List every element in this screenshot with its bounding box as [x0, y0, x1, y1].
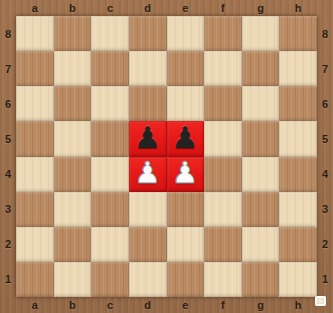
file-label-d: d: [129, 297, 167, 313]
square-a7[interactable]: [16, 51, 54, 86]
square-h3[interactable]: [279, 192, 317, 227]
square-a5[interactable]: [16, 121, 54, 156]
black-pawn[interactable]: ♟: [134, 123, 161, 153]
file-label-b: b: [54, 0, 92, 16]
file-label-g: g: [242, 297, 280, 313]
rank-label-8: 8: [0, 16, 16, 51]
rank-label-5: 5: [0, 121, 16, 156]
square-a2[interactable]: [16, 227, 54, 262]
square-d7[interactable]: [129, 51, 167, 86]
file-label-h: h: [279, 297, 317, 313]
file-label-e: e: [167, 297, 205, 313]
rank-labels-right: 87654321: [317, 16, 333, 297]
square-f8[interactable]: [204, 16, 242, 51]
square-h6[interactable]: [279, 86, 317, 121]
rank-label-6: 6: [0, 86, 16, 121]
square-d1[interactable]: [129, 262, 167, 297]
square-b5[interactable]: [54, 121, 92, 156]
square-e1[interactable]: [167, 262, 205, 297]
square-f1[interactable]: [204, 262, 242, 297]
square-e2[interactable]: [167, 227, 205, 262]
file-label-f: f: [204, 0, 242, 16]
square-g7[interactable]: [242, 51, 280, 86]
square-d4[interactable]: ♟: [129, 157, 167, 192]
square-b4[interactable]: [54, 157, 92, 192]
square-c4[interactable]: [91, 157, 129, 192]
file-labels-top: abcdefgh: [16, 0, 317, 16]
square-h8[interactable]: [279, 16, 317, 51]
square-d3[interactable]: [129, 192, 167, 227]
square-h4[interactable]: [279, 157, 317, 192]
square-g2[interactable]: [242, 227, 280, 262]
rank-label-4: 4: [0, 157, 16, 192]
square-b6[interactable]: [54, 86, 92, 121]
square-b3[interactable]: [54, 192, 92, 227]
square-h5[interactable]: [279, 121, 317, 156]
square-e5[interactable]: ♟: [167, 121, 205, 156]
file-label-b: b: [54, 297, 92, 313]
file-label-h: h: [279, 0, 317, 16]
file-label-a: a: [16, 297, 54, 313]
square-a8[interactable]: [16, 16, 54, 51]
square-h7[interactable]: [279, 51, 317, 86]
black-pawn[interactable]: ♟: [172, 123, 199, 153]
square-d6[interactable]: [129, 86, 167, 121]
rank-label-6: 6: [317, 86, 333, 121]
square-f6[interactable]: [204, 86, 242, 121]
rank-label-7: 7: [0, 51, 16, 86]
square-c8[interactable]: [91, 16, 129, 51]
rank-label-8: 8: [317, 16, 333, 51]
square-e7[interactable]: [167, 51, 205, 86]
square-g6[interactable]: [242, 86, 280, 121]
square-h1[interactable]: [279, 262, 317, 297]
square-e4[interactable]: ♟: [167, 157, 205, 192]
square-e3[interactable]: [167, 192, 205, 227]
square-e8[interactable]: [167, 16, 205, 51]
square-f3[interactable]: [204, 192, 242, 227]
file-label-c: c: [91, 297, 129, 313]
square-b2[interactable]: [54, 227, 92, 262]
square-c7[interactable]: [91, 51, 129, 86]
square-e6[interactable]: [167, 86, 205, 121]
square-a1[interactable]: [16, 262, 54, 297]
square-f7[interactable]: [204, 51, 242, 86]
file-label-e: e: [167, 0, 205, 16]
square-g3[interactable]: [242, 192, 280, 227]
white-pawn[interactable]: ♟: [134, 158, 161, 188]
rank-label-3: 3: [317, 192, 333, 227]
square-c2[interactable]: [91, 227, 129, 262]
board-corner-marker-icon: [315, 296, 326, 306]
file-labels-bottom: abcdefgh: [16, 297, 317, 313]
file-label-c: c: [91, 0, 129, 16]
white-pawn[interactable]: ♟: [172, 158, 199, 188]
square-f2[interactable]: [204, 227, 242, 262]
rank-label-2: 2: [0, 227, 16, 262]
square-f4[interactable]: [204, 157, 242, 192]
square-d5[interactable]: ♟: [129, 121, 167, 156]
square-g5[interactable]: [242, 121, 280, 156]
rank-label-7: 7: [317, 51, 333, 86]
square-c5[interactable]: [91, 121, 129, 156]
square-f5[interactable]: [204, 121, 242, 156]
rank-label-5: 5: [317, 121, 333, 156]
file-label-g: g: [242, 0, 280, 16]
file-label-f: f: [204, 297, 242, 313]
rank-label-1: 1: [317, 262, 333, 297]
square-d8[interactable]: [129, 16, 167, 51]
square-c1[interactable]: [91, 262, 129, 297]
square-b1[interactable]: [54, 262, 92, 297]
rank-label-2: 2: [317, 227, 333, 262]
square-h2[interactable]: [279, 227, 317, 262]
square-g1[interactable]: [242, 262, 280, 297]
chess-board: abcdefgh abcdefgh 87654321 87654321 ♟♟♟♟: [0, 0, 333, 313]
rank-label-4: 4: [317, 157, 333, 192]
square-g4[interactable]: [242, 157, 280, 192]
square-b7[interactable]: [54, 51, 92, 86]
rank-label-1: 1: [0, 262, 16, 297]
file-label-a: a: [16, 0, 54, 16]
square-a6[interactable]: [16, 86, 54, 121]
rank-labels-left: 87654321: [0, 16, 16, 297]
square-c6[interactable]: [91, 86, 129, 121]
square-d2[interactable]: [129, 227, 167, 262]
square-b8[interactable]: [54, 16, 92, 51]
square-a4[interactable]: [16, 157, 54, 192]
square-g8[interactable]: [242, 16, 280, 51]
square-a3[interactable]: [16, 192, 54, 227]
rank-label-3: 3: [0, 192, 16, 227]
square-c3[interactable]: [91, 192, 129, 227]
board-squares: ♟♟♟♟: [16, 16, 317, 297]
file-label-d: d: [129, 0, 167, 16]
